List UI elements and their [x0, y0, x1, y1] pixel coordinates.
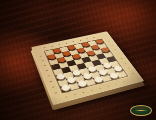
white-checker-piece[interactable]: ● [101, 62, 112, 69]
white-checker-piece[interactable]: ● [82, 72, 93, 79]
square-h3[interactable] [109, 61, 120, 68]
white-checker-piece[interactable]: ● [112, 65, 123, 72]
white-checker-piece[interactable]: ● [55, 73, 65, 80]
white-checker-piece[interactable]: ● [71, 69, 82, 76]
checkers-photo-scene: ●●●●●●●●●●●●●●●●●●●●●●●● [0, 0, 156, 120]
red-checker-piece[interactable]: ● [56, 56, 66, 62]
square-g2[interactable] [105, 67, 116, 74]
square-a5[interactable] [51, 63, 61, 70]
square-a3[interactable]: ● [55, 74, 66, 81]
square-d2[interactable]: ● [82, 73, 93, 80]
white-checker-piece[interactable]: ● [108, 72, 119, 79]
watermark-gold-line [135, 110, 147, 111]
white-checker-piece[interactable]: ● [76, 80, 87, 88]
square-h2[interactable]: ● [113, 66, 124, 73]
square-c1[interactable]: ● [77, 80, 88, 88]
square-b1[interactable] [68, 82, 79, 90]
square-f1[interactable] [101, 74, 112, 81]
square-a1[interactable]: ● [60, 84, 71, 92]
white-checker-piece[interactable]: ● [92, 76, 103, 83]
square-b4[interactable] [61, 67, 71, 74]
white-checker-piece[interactable]: ● [97, 69, 108, 76]
red-checker-piece[interactable]: ● [100, 47, 110, 53]
square-d1[interactable] [85, 78, 96, 86]
square-c3[interactable]: ● [71, 70, 82, 77]
square-h1[interactable] [116, 71, 127, 78]
square-g3[interactable]: ● [102, 63, 113, 70]
white-checker-piece[interactable]: ● [66, 76, 77, 84]
square-f3[interactable] [94, 64, 105, 71]
square-e3[interactable]: ● [87, 66, 98, 73]
square-b3[interactable] [63, 72, 74, 79]
white-checker-piece[interactable]: ● [86, 65, 97, 72]
square-e2[interactable] [90, 71, 101, 78]
square-e1[interactable]: ● [93, 76, 104, 84]
square-g1[interactable]: ● [108, 73, 119, 80]
square-b2[interactable]: ● [66, 77, 77, 85]
watermark-logo [130, 105, 152, 116]
square-d3[interactable] [79, 68, 90, 75]
square-d4[interactable] [76, 63, 86, 70]
square-a4[interactable] [53, 68, 63, 75]
square-f2[interactable]: ● [97, 69, 108, 76]
red-checker-piece[interactable]: ● [86, 50, 96, 56]
square-c4[interactable] [69, 65, 79, 72]
red-checker-piece[interactable]: ● [71, 53, 81, 59]
board-grid: ●●●●●●●●●●●●●●●●●●●●●●●● [45, 39, 127, 92]
square-a2[interactable] [58, 79, 69, 87]
square-c2[interactable] [74, 75, 85, 82]
white-checker-piece[interactable]: ● [60, 84, 71, 92]
